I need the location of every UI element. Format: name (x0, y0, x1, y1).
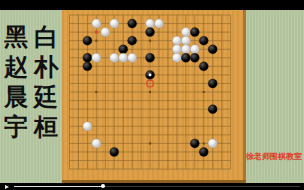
watermark-text: 徐老师围棋教室 (246, 151, 304, 162)
white-stone (155, 19, 164, 28)
progress-bar[interactable] (14, 186, 300, 188)
black-stone (199, 36, 208, 45)
black-stone (208, 105, 217, 114)
white-stone (172, 53, 181, 62)
white-stone (101, 28, 110, 37)
white-stone (119, 53, 128, 62)
white-stone (208, 139, 217, 148)
hoshi-point (149, 142, 151, 144)
black-stone (199, 62, 208, 71)
side-panel: 徐老师围棋教室 (246, 10, 304, 183)
go-board[interactable] (62, 10, 246, 183)
hoshi-point (149, 39, 151, 41)
white-stone (92, 139, 101, 148)
black-stone (146, 28, 155, 37)
white-player-label: 白朴廷桓 (32, 22, 60, 142)
player-control-bar (0, 183, 304, 190)
white-stone (172, 45, 181, 54)
black-stone (83, 62, 92, 71)
top-letterbox (0, 0, 304, 10)
black-stone (190, 28, 199, 37)
players-panel: 黑赵晨宇 白朴廷桓 (0, 10, 62, 183)
white-stone (181, 45, 190, 54)
hoshi-point (203, 91, 205, 93)
last-move-marker (149, 74, 152, 77)
black-stone (146, 53, 155, 62)
black-stone (190, 53, 199, 62)
white-stone (128, 53, 137, 62)
black-stone (83, 53, 92, 62)
white-stone (110, 19, 119, 28)
black-stone (181, 53, 190, 62)
black-stone (83, 36, 92, 45)
black-stone (110, 147, 119, 156)
video-frame: 黑赵晨宇 白朴廷桓 徐老师围棋教室 (0, 0, 304, 190)
black-stone (199, 147, 208, 156)
black-player-label: 黑赵晨宇 (2, 22, 30, 142)
white-stone (92, 53, 101, 62)
red-square-marker (95, 31, 98, 34)
white-stone (110, 53, 119, 62)
white-stone (146, 19, 155, 28)
white-stone (190, 45, 199, 54)
white-stone (83, 122, 92, 131)
black-stone (128, 19, 137, 28)
progress-knob[interactable] (101, 184, 105, 188)
black-stone (128, 36, 137, 45)
white-stone (181, 28, 190, 37)
go-board-svg[interactable] (62, 10, 246, 183)
black-stone (190, 139, 199, 148)
black-stone (119, 45, 128, 54)
white-stone (92, 19, 101, 28)
hoshi-point (95, 91, 97, 93)
white-stone (181, 36, 190, 45)
hoshi-point (95, 39, 97, 41)
white-stone (172, 36, 181, 45)
hoshi-point (149, 91, 151, 93)
hoshi-point (203, 142, 205, 144)
black-stone (208, 45, 217, 54)
black-stone (208, 79, 217, 88)
progress-played (14, 186, 103, 188)
play-icon[interactable] (5, 185, 9, 189)
